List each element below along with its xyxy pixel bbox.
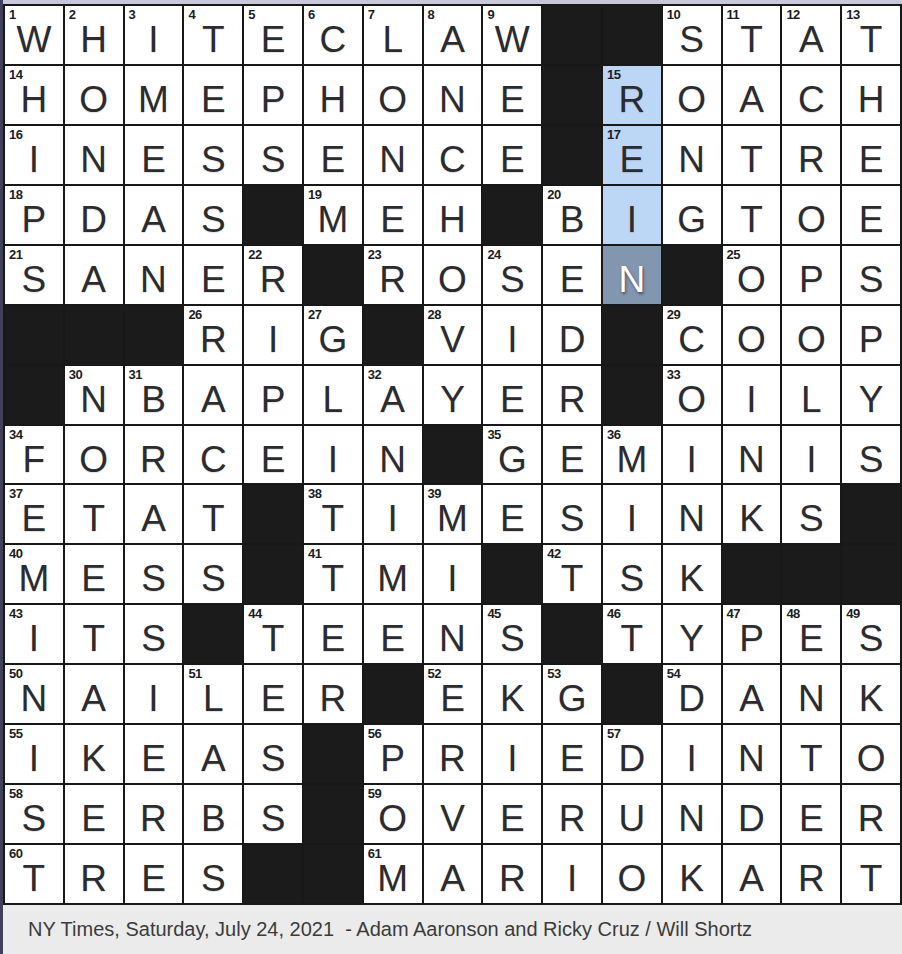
cell-r3c4[interactable]: S: [184, 126, 242, 184]
cell-r8c15[interactable]: S: [842, 426, 900, 484]
cell-r6c10[interactable]: D: [543, 306, 601, 364]
cell-r15c3[interactable]: E: [125, 845, 183, 903]
cell-letter: A: [380, 380, 405, 417]
cell-letter: N: [678, 500, 705, 537]
cell-r10c8[interactable]: I: [424, 545, 482, 603]
cell-r13c9[interactable]: I: [483, 725, 541, 783]
cell-r3c9[interactable]: E: [483, 126, 541, 184]
cell-r15c12[interactable]: K: [663, 845, 721, 903]
cell-letter: R: [379, 260, 406, 297]
cell-r2c5[interactable]: P: [244, 66, 302, 124]
cell-r12c2[interactable]: A: [65, 665, 123, 723]
cell-r4c2[interactable]: D: [65, 186, 123, 244]
cell-r14c15[interactable]: R: [842, 785, 900, 843]
cell-number: 58: [9, 785, 22, 802]
cell-letter: S: [261, 140, 286, 177]
cell-r6c1: [5, 306, 63, 364]
cell-r7c12[interactable]: 33O: [663, 366, 721, 424]
cell-r5c14[interactable]: P: [782, 246, 840, 304]
cell-r3c6[interactable]: E: [304, 126, 362, 184]
cell-letter: O: [677, 80, 706, 117]
cell-r13c13[interactable]: N: [723, 725, 781, 783]
cell-r7c4[interactable]: A: [184, 366, 242, 424]
cell-r5c8[interactable]: O: [424, 246, 482, 304]
cell-r5c11[interactable]: N: [603, 246, 661, 304]
cell-number: 42: [547, 545, 560, 562]
cell-r14c8[interactable]: V: [424, 785, 482, 843]
cell-r6c5[interactable]: I: [244, 306, 302, 364]
cell-r3c8[interactable]: C: [424, 126, 482, 184]
cell-r13c8[interactable]: R: [424, 725, 482, 783]
cell-r4c8[interactable]: H: [424, 186, 482, 244]
cell-r13c7[interactable]: 56P: [364, 725, 422, 783]
cell-letter: S: [141, 560, 166, 597]
cell-letter: E: [141, 740, 166, 777]
cell-letter: O: [857, 740, 886, 777]
cell-r7c1: [5, 366, 63, 424]
cell-r4c15[interactable]: E: [842, 186, 900, 244]
cell-letter: M: [377, 860, 408, 897]
cell-r6c3: [125, 306, 183, 364]
cell-letter: E: [141, 860, 166, 897]
cell-letter: N: [738, 440, 765, 477]
cell-r6c15[interactable]: P: [842, 306, 900, 364]
cell-r14c12[interactable]: N: [663, 785, 721, 843]
cell-r5c2[interactable]: A: [65, 246, 123, 304]
cell-number: 60: [9, 845, 22, 862]
cell-letter: N: [798, 680, 825, 717]
cell-number: 16: [9, 126, 22, 143]
cell-r15c14[interactable]: R: [782, 845, 840, 903]
cell-r3c10: [543, 126, 601, 184]
cell-letter: R: [798, 140, 825, 177]
cell-r14c2[interactable]: E: [65, 785, 123, 843]
cell-letter: N: [140, 260, 167, 297]
cell-letter: A: [440, 860, 465, 897]
cell-letter: E: [620, 140, 645, 177]
cell-letter: N: [80, 380, 107, 417]
cell-number: 34: [9, 426, 22, 443]
cell-r8c7[interactable]: N: [364, 426, 422, 484]
cell-r9c3[interactable]: A: [125, 485, 183, 543]
cell-r5c5[interactable]: 22R: [244, 246, 302, 304]
cell-letter: H: [21, 80, 48, 117]
cell-number: 49: [846, 605, 859, 622]
cell-letter: E: [81, 560, 106, 597]
cell-r10c3[interactable]: S: [125, 545, 183, 603]
cell-r1c8[interactable]: 8A: [424, 6, 482, 64]
cell-r7c9[interactable]: E: [483, 366, 541, 424]
cell-r11c6[interactable]: E: [304, 605, 362, 663]
cell-number: 6: [308, 6, 315, 23]
cell-r12c12[interactable]: 54D: [663, 665, 721, 723]
cell-letter: S: [201, 200, 226, 237]
cell-letter: M: [317, 200, 348, 237]
cell-r15c4[interactable]: S: [184, 845, 242, 903]
cell-letter: S: [261, 800, 286, 837]
cell-r4c13[interactable]: T: [723, 186, 781, 244]
cell-letter: H: [439, 200, 466, 237]
cell-r3c13[interactable]: T: [723, 126, 781, 184]
cell-letter: T: [800, 740, 823, 777]
cell-r2c4[interactable]: E: [184, 66, 242, 124]
cell-r13c3[interactable]: E: [125, 725, 183, 783]
cell-r14c14[interactable]: E: [782, 785, 840, 843]
cell-r11c8[interactable]: N: [424, 605, 482, 663]
cell-r2c7[interactable]: O: [364, 66, 422, 124]
cell-number: 11: [727, 6, 740, 23]
cell-r6c6[interactable]: 27G: [304, 306, 362, 364]
cell-r11c11[interactable]: 46T: [603, 605, 661, 663]
cell-r8c9[interactable]: 35G: [483, 426, 541, 484]
cell-r9c14[interactable]: S: [782, 485, 840, 543]
cell-letter: H: [80, 21, 107, 58]
cell-r12c9[interactable]: K: [483, 665, 541, 723]
cell-letter: G: [498, 440, 527, 477]
cell-letter: Y: [679, 620, 704, 657]
cell-r13c5[interactable]: S: [244, 725, 302, 783]
cell-r12c4[interactable]: 51L: [184, 665, 242, 723]
cell-r1c5[interactable]: 5E: [244, 6, 302, 64]
cell-letter: N: [379, 140, 406, 177]
cell-r2c8[interactable]: N: [424, 66, 482, 124]
cell-r7c15[interactable]: Y: [842, 366, 900, 424]
cell-r8c14[interactable]: I: [782, 426, 840, 484]
cell-number: 3: [129, 6, 136, 23]
cell-r14c4[interactable]: B: [184, 785, 242, 843]
cell-r11c9[interactable]: 45S: [483, 605, 541, 663]
cell-letter: H: [858, 80, 885, 117]
cell-r8c12[interactable]: I: [663, 426, 721, 484]
cell-r15c9[interactable]: R: [483, 845, 541, 903]
cell-r5c13[interactable]: 25O: [723, 246, 781, 304]
cell-letter: P: [22, 200, 47, 237]
cell-r7c5[interactable]: P: [244, 366, 302, 424]
cell-r1c9[interactable]: 9W: [483, 6, 541, 64]
cell-r12c10[interactable]: 53G: [543, 665, 601, 723]
cell-r10c7[interactable]: M: [364, 545, 422, 603]
cell-r1c13[interactable]: 11T: [723, 6, 781, 64]
cell-number: 43: [9, 605, 22, 622]
cell-r8c4[interactable]: C: [184, 426, 242, 484]
cell-r11c2[interactable]: T: [65, 605, 123, 663]
cell-r15c11[interactable]: O: [603, 845, 661, 903]
cell-r5c12: [663, 246, 721, 304]
cell-r14c11[interactable]: U: [603, 785, 661, 843]
cell-r9c1[interactable]: 37E: [5, 485, 63, 543]
cell-r15c8[interactable]: A: [424, 845, 482, 903]
cell-r15c13[interactable]: A: [723, 845, 781, 903]
cell-r1c15[interactable]: 13T: [842, 6, 900, 64]
cell-r1c7[interactable]: 7L: [364, 6, 422, 64]
cell-letter: T: [740, 200, 763, 237]
cell-r6c8[interactable]: 28V: [424, 306, 482, 364]
cell-r11c15[interactable]: 49S: [842, 605, 900, 663]
cell-r3c7[interactable]: N: [364, 126, 422, 184]
cell-r14c7[interactable]: 59O: [364, 785, 422, 843]
cell-r5c7[interactable]: 23R: [364, 246, 422, 304]
cell-r5c1[interactable]: 21S: [5, 246, 63, 304]
cell-r7c8[interactable]: Y: [424, 366, 482, 424]
cell-number: 55: [9, 725, 22, 742]
cell-r14c3[interactable]: R: [125, 785, 183, 843]
cell-r10c4[interactable]: S: [184, 545, 242, 603]
cell-letter: R: [798, 860, 825, 897]
cell-r10c2[interactable]: E: [65, 545, 123, 603]
cell-r9c7[interactable]: I: [364, 485, 422, 543]
cell-letter: G: [677, 200, 706, 237]
cell-number: 28: [428, 306, 441, 323]
cell-letter: L: [203, 680, 224, 717]
cell-letter: E: [380, 620, 405, 657]
cell-r4c10[interactable]: 20B: [543, 186, 601, 244]
cell-letter: A: [141, 200, 166, 237]
cell-r2c3[interactable]: M: [125, 66, 183, 124]
cell-r7c10[interactable]: R: [543, 366, 601, 424]
cell-letter: I: [687, 740, 697, 777]
cell-letter: T: [322, 500, 345, 537]
cell-letter: C: [320, 21, 347, 58]
cell-r8c1[interactable]: 34F: [5, 426, 63, 484]
cell-number: 44: [248, 605, 261, 622]
cell-r1c1[interactable]: 1W: [5, 6, 63, 64]
cell-r8c5[interactable]: E: [244, 426, 302, 484]
cell-r9c11[interactable]: I: [603, 485, 661, 543]
cell-letter: T: [202, 21, 225, 58]
cell-r1c12[interactable]: 10S: [663, 6, 721, 64]
cell-r15c2[interactable]: R: [65, 845, 123, 903]
cell-r13c14[interactable]: T: [782, 725, 840, 783]
cell-letter: S: [799, 500, 824, 537]
cell-r6c14[interactable]: O: [782, 306, 840, 364]
cell-letter: O: [797, 200, 826, 237]
cell-letter: G: [319, 320, 348, 357]
cell-number: 48: [786, 605, 799, 622]
cell-r12c3[interactable]: I: [125, 665, 183, 723]
cell-r3c5[interactable]: S: [244, 126, 302, 184]
cell-r15c7[interactable]: 61M: [364, 845, 422, 903]
cell-r12c14[interactable]: N: [782, 665, 840, 723]
cell-r8c13[interactable]: N: [723, 426, 781, 484]
cell-r3c14[interactable]: R: [782, 126, 840, 184]
cell-number: 7: [368, 6, 375, 23]
cell-r12c13[interactable]: A: [723, 665, 781, 723]
cell-r10c15: [842, 545, 900, 603]
cell-letter: P: [261, 380, 286, 417]
cell-r7c14[interactable]: L: [782, 366, 840, 424]
cell-r4c1[interactable]: 18P: [5, 186, 63, 244]
cell-r10c11[interactable]: S: [603, 545, 661, 603]
cell-r12c1[interactable]: 50N: [5, 665, 63, 723]
cell-r3c3[interactable]: E: [125, 126, 183, 184]
cell-r12c6[interactable]: R: [304, 665, 362, 723]
cell-r8c6[interactable]: I: [304, 426, 362, 484]
cell-r3c1[interactable]: 16I: [5, 126, 63, 184]
cell-letter: S: [201, 140, 226, 177]
cell-r2c9[interactable]: E: [483, 66, 541, 124]
cell-letter: E: [440, 680, 465, 717]
cell-r7c2[interactable]: 30N: [65, 366, 123, 424]
cell-r2c6[interactable]: H: [304, 66, 362, 124]
cell-r1c4[interactable]: 4T: [184, 6, 242, 64]
cell-letter: S: [201, 560, 226, 597]
cell-r9c13[interactable]: K: [723, 485, 781, 543]
cell-r14c10[interactable]: R: [543, 785, 601, 843]
cell-r9c2[interactable]: T: [65, 485, 123, 543]
cell-r5c6: [304, 246, 362, 304]
cell-r7c7[interactable]: 32A: [364, 366, 422, 424]
cell-r14c13[interactable]: D: [723, 785, 781, 843]
cell-number: 32: [368, 366, 381, 383]
cell-r4c6[interactable]: 19M: [304, 186, 362, 244]
cell-r12c15[interactable]: K: [842, 665, 900, 723]
cell-r2c1[interactable]: 14H: [5, 66, 63, 124]
cell-r12c7: [364, 665, 422, 723]
cell-r13c10[interactable]: E: [543, 725, 601, 783]
cell-letter: R: [200, 320, 227, 357]
cell-number: 46: [607, 605, 620, 622]
cell-r4c14[interactable]: O: [782, 186, 840, 244]
cell-r1c2[interactable]: 2H: [65, 6, 123, 64]
cell-r4c4[interactable]: S: [184, 186, 242, 244]
cell-letter: I: [268, 320, 278, 357]
cell-r11c1[interactable]: 43I: [5, 605, 63, 663]
cell-r12c5[interactable]: E: [244, 665, 302, 723]
cell-r5c9[interactable]: 24S: [483, 246, 541, 304]
cell-number: 56: [368, 725, 381, 742]
cell-r10c6[interactable]: 41T: [304, 545, 362, 603]
cell-r8c11[interactable]: 36M: [603, 426, 661, 484]
cell-r11c12[interactable]: Y: [663, 605, 721, 663]
cell-letter: E: [859, 140, 884, 177]
cell-r9c8[interactable]: 39M: [424, 485, 482, 543]
cell-r15c10[interactable]: I: [543, 845, 601, 903]
cell-letter: S: [201, 860, 226, 897]
cell-r15c6: [304, 845, 362, 903]
cell-r11c13[interactable]: 47P: [723, 605, 781, 663]
cell-r11c14[interactable]: 48E: [782, 605, 840, 663]
cell-r13c11[interactable]: 57D: [603, 725, 661, 783]
cell-letter: E: [201, 260, 226, 297]
cell-letter: O: [79, 440, 108, 477]
cell-letter: S: [500, 620, 525, 657]
cell-r15c15[interactable]: T: [842, 845, 900, 903]
cell-r8c10[interactable]: E: [543, 426, 601, 484]
cell-r1c6[interactable]: 6C: [304, 6, 362, 64]
cell-r2c11[interactable]: 15R: [603, 66, 661, 124]
cell-r13c4[interactable]: A: [184, 725, 242, 783]
cell-r4c7[interactable]: E: [364, 186, 422, 244]
cell-r11c3[interactable]: S: [125, 605, 183, 663]
cell-r5c4[interactable]: E: [184, 246, 242, 304]
cell-r5c3[interactable]: N: [125, 246, 183, 304]
cell-r11c7[interactable]: E: [364, 605, 422, 663]
cell-r8c3[interactable]: R: [125, 426, 183, 484]
cell-number: 1: [9, 6, 16, 23]
cell-letter: A: [739, 680, 764, 717]
cell-r3c11[interactable]: 17E: [603, 126, 661, 184]
cell-r14c5[interactable]: S: [244, 785, 302, 843]
cell-r15c5: [244, 845, 302, 903]
cell-letter: S: [620, 560, 645, 597]
cell-r10c10[interactable]: 42T: [543, 545, 601, 603]
cell-r11c5[interactable]: 44T: [244, 605, 302, 663]
cell-r13c12[interactable]: I: [663, 725, 721, 783]
cell-r12c8[interactable]: 52E: [424, 665, 482, 723]
cell-r2c13[interactable]: A: [723, 66, 781, 124]
cell-letter: K: [500, 680, 525, 717]
cell-r2c2[interactable]: O: [65, 66, 123, 124]
cell-letter: M: [616, 440, 647, 477]
cell-r3c2[interactable]: N: [65, 126, 123, 184]
cell-r8c2[interactable]: O: [65, 426, 123, 484]
cell-r13c15[interactable]: O: [842, 725, 900, 783]
cell-r6c12[interactable]: 29C: [663, 306, 721, 364]
cell-r6c4[interactable]: 26R: [184, 306, 242, 364]
cell-r6c9[interactable]: I: [483, 306, 541, 364]
cell-letter: S: [859, 260, 884, 297]
cell-r7c3[interactable]: 31B: [125, 366, 183, 424]
cell-letter: E: [560, 440, 585, 477]
cell-letter: I: [148, 21, 158, 58]
cell-letter: W: [16, 21, 51, 58]
cell-number: 38: [308, 485, 321, 502]
cell-letter: O: [797, 320, 826, 357]
cell-r5c15[interactable]: S: [842, 246, 900, 304]
cell-letter: R: [140, 440, 167, 477]
cell-r4c3[interactable]: A: [125, 186, 183, 244]
cell-number: 2: [69, 6, 76, 23]
cell-r9c12[interactable]: N: [663, 485, 721, 543]
cell-r5c10[interactable]: E: [543, 246, 601, 304]
cell-r7c6[interactable]: L: [304, 366, 362, 424]
cell-number: 47: [727, 605, 740, 622]
cell-r13c2[interactable]: K: [65, 725, 123, 783]
cell-r9c4[interactable]: T: [184, 485, 242, 543]
cell-r3c12[interactable]: N: [663, 126, 721, 184]
cell-letter: T: [740, 140, 763, 177]
cell-letter: M: [377, 560, 408, 597]
cell-r3c15[interactable]: E: [842, 126, 900, 184]
cell-r10c1[interactable]: 40M: [5, 545, 63, 603]
cell-r9c10[interactable]: S: [543, 485, 601, 543]
cell-letter: D: [678, 680, 705, 717]
cell-r6c2: [65, 306, 123, 364]
cell-r10c12[interactable]: K: [663, 545, 721, 603]
cell-r2c14[interactable]: C: [782, 66, 840, 124]
cell-r2c15[interactable]: H: [842, 66, 900, 124]
cell-r14c9[interactable]: E: [483, 785, 541, 843]
cell-r9c6[interactable]: 38T: [304, 485, 362, 543]
cell-r14c1[interactable]: 58S: [5, 785, 63, 843]
cell-r6c13[interactable]: O: [723, 306, 781, 364]
cell-r6c11: [603, 306, 661, 364]
cell-r9c9[interactable]: E: [483, 485, 541, 543]
cell-letter: T: [82, 500, 105, 537]
cell-number: 52: [428, 665, 441, 682]
cell-r4c11[interactable]: I: [603, 186, 661, 244]
cell-r10c9: [483, 545, 541, 603]
cell-r1c14[interactable]: 12A: [782, 6, 840, 64]
cell-r2c12[interactable]: O: [663, 66, 721, 124]
cell-r7c13[interactable]: I: [723, 366, 781, 424]
cell-r15c1[interactable]: 60T: [5, 845, 63, 903]
cell-r1c3[interactable]: 3I: [125, 6, 183, 64]
cell-letter: N: [439, 80, 466, 117]
cell-r8c8: [424, 426, 482, 484]
cell-r4c12[interactable]: G: [663, 186, 721, 244]
cell-r13c1[interactable]: 55I: [5, 725, 63, 783]
